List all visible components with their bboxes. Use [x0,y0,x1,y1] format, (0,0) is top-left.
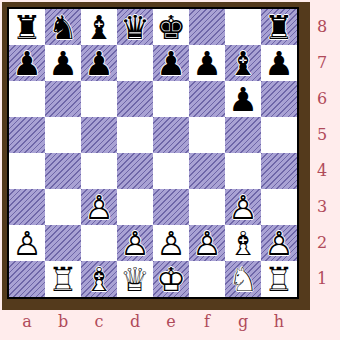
piece-glyph-outline: ♗ [225,225,261,261]
square-a5[interactable] [9,117,45,153]
square-c3[interactable]: ♟♙ [81,189,117,225]
square-d2[interactable]: ♟♙ [117,225,153,261]
square-d1[interactable]: ♛♕ [117,261,153,297]
square-d6[interactable] [117,81,153,117]
square-e3[interactable] [153,189,189,225]
piece-glyph-outline: ♔ [153,261,189,297]
piece-white-rook[interactable]: ♜♖ [45,261,81,297]
file-label-b: b [45,310,81,334]
square-a1[interactable] [9,261,45,297]
piece-white-pawn[interactable]: ♟♙ [9,225,45,261]
piece-black-pawn[interactable]: ♟ [81,45,117,81]
piece-glyph-fill: ♟ [225,81,261,117]
piece-white-pawn[interactable]: ♟♙ [261,225,297,261]
piece-glyph-outline: ♙ [225,189,261,225]
page: { "game": "chess", "view": "white-side-b… [0,0,340,340]
file-label-e: e [153,310,189,334]
file-label-d: d [117,310,153,334]
piece-white-pawn[interactable]: ♟♙ [225,189,261,225]
square-d3[interactable] [117,189,153,225]
piece-white-bishop[interactable]: ♝♗ [225,225,261,261]
piece-black-pawn[interactable]: ♟ [153,45,189,81]
piece-glyph-fill: ♞ [45,9,81,45]
square-f2[interactable]: ♟♙ [189,225,225,261]
square-f8[interactable] [189,9,225,45]
file-label-g: g [225,310,261,334]
piece-glyph-outline: ♖ [261,261,297,297]
square-g6[interactable]: ♟ [225,81,261,117]
rank-label-7: 7 [312,45,332,81]
square-a3[interactable] [9,189,45,225]
rank-label-8: 8 [312,9,332,45]
square-g1[interactable]: ♞♘ [225,261,261,297]
square-h2[interactable]: ♟♙ [261,225,297,261]
piece-black-rook[interactable]: ♜ [9,9,45,45]
square-h8[interactable]: ♜ [261,9,297,45]
piece-glyph-fill: ♟ [261,45,297,81]
piece-glyph-outline: ♙ [189,225,225,261]
piece-glyph-fill: ♛ [117,9,153,45]
square-f4[interactable] [189,153,225,189]
square-d5[interactable] [117,117,153,153]
rank-label-5: 5 [312,117,332,153]
rank-label-3: 3 [312,189,332,225]
square-b8[interactable]: ♞ [45,9,81,45]
piece-white-pawn[interactable]: ♟♙ [81,189,117,225]
square-c2[interactable] [81,225,117,261]
piece-glyph-fill: ♟ [9,45,45,81]
piece-black-pawn[interactable]: ♟ [189,45,225,81]
piece-white-knight[interactable]: ♞♘ [225,261,261,297]
square-c8[interactable]: ♝ [81,9,117,45]
square-h3[interactable] [261,189,297,225]
square-h5[interactable] [261,117,297,153]
piece-glyph-fill: ♟ [81,45,117,81]
square-g5[interactable] [225,117,261,153]
square-e7[interactable]: ♟ [153,45,189,81]
square-h1[interactable]: ♜♖ [261,261,297,297]
piece-glyph-fill: ♜ [261,9,297,45]
square-f7[interactable]: ♟ [189,45,225,81]
square-a2[interactable]: ♟♙ [9,225,45,261]
rank-label-6: 6 [312,81,332,117]
square-b6[interactable] [45,81,81,117]
piece-white-pawn[interactable]: ♟♙ [189,225,225,261]
square-g4[interactable] [225,153,261,189]
piece-black-knight[interactable]: ♞ [45,9,81,45]
square-c6[interactable] [81,81,117,117]
square-g3[interactable]: ♟♙ [225,189,261,225]
piece-black-queen[interactable]: ♛ [117,9,153,45]
piece-black-bishop[interactable]: ♝ [225,45,261,81]
square-g7[interactable]: ♝ [225,45,261,81]
piece-white-rook[interactable]: ♜♖ [261,261,297,297]
piece-black-pawn[interactable]: ♟ [261,45,297,81]
square-b2[interactable] [45,225,81,261]
piece-glyph-outline: ♙ [117,225,153,261]
square-d4[interactable] [117,153,153,189]
square-a6[interactable] [9,81,45,117]
piece-black-pawn[interactable]: ♟ [45,45,81,81]
chess-board: ♜♞♝♛♚♜♟♟♟♟♟♝♟♟♟♙♟♙♟♙♟♙♟♙♟♙♝♗♟♙♜♖♝♗♛♕♚♔♞♘… [7,7,299,299]
file-label-a: a [9,310,45,334]
piece-black-rook[interactable]: ♜ [261,9,297,45]
piece-black-king[interactable]: ♚ [153,9,189,45]
square-c5[interactable] [81,117,117,153]
piece-glyph-fill: ♚ [153,9,189,45]
file-label-h: h [261,310,297,334]
board-frame: ♜♞♝♛♚♜♟♟♟♟♟♝♟♟♟♙♟♙♟♙♟♙♟♙♟♙♝♗♟♙♜♖♝♗♛♕♚♔♞♘… [2,2,310,310]
square-f1[interactable] [189,261,225,297]
square-h7[interactable]: ♟ [261,45,297,81]
rank-label-1: 1 [312,261,332,297]
square-e4[interactable] [153,153,189,189]
piece-glyph-outline: ♘ [225,261,261,297]
piece-white-bishop[interactable]: ♝♗ [81,261,117,297]
piece-black-bishop[interactable]: ♝ [81,9,117,45]
square-a4[interactable] [9,153,45,189]
piece-glyph-outline: ♗ [81,261,117,297]
piece-glyph-outline: ♙ [9,225,45,261]
square-b5[interactable] [45,117,81,153]
piece-white-pawn[interactable]: ♟♙ [117,225,153,261]
rank-labels: 87654321 [312,9,332,297]
square-a7[interactable]: ♟ [9,45,45,81]
piece-glyph-fill: ♝ [81,9,117,45]
piece-black-pawn[interactable]: ♟ [9,45,45,81]
square-a8[interactable]: ♜ [9,9,45,45]
square-g2[interactable]: ♝♗ [225,225,261,261]
square-h4[interactable] [261,153,297,189]
file-label-c: c [81,310,117,334]
file-label-f: f [189,310,225,334]
square-f5[interactable] [189,117,225,153]
square-e2[interactable]: ♟♙ [153,225,189,261]
square-b3[interactable] [45,189,81,225]
square-e8[interactable]: ♚ [153,9,189,45]
piece-glyph-outline: ♙ [153,225,189,261]
square-c7[interactable]: ♟ [81,45,117,81]
square-e5[interactable] [153,117,189,153]
square-g8[interactable] [225,9,261,45]
square-b7[interactable]: ♟ [45,45,81,81]
square-d7[interactable] [117,45,153,81]
rank-label-4: 4 [312,153,332,189]
piece-glyph-fill: ♟ [45,45,81,81]
piece-glyph-fill: ♜ [9,9,45,45]
square-f6[interactable] [189,81,225,117]
file-labels: abcdefgh [9,310,297,334]
chess-app: ♜♞♝♛♚♜♟♟♟♟♟♝♟♟♟♙♟♙♟♙♟♙♟♙♟♙♝♗♟♙♜♖♝♗♛♕♚♔♞♘… [0,0,340,340]
piece-glyph-fill: ♝ [225,45,261,81]
piece-white-king[interactable]: ♚♔ [153,261,189,297]
square-b4[interactable] [45,153,81,189]
square-c4[interactable] [81,153,117,189]
piece-glyph-outline: ♙ [261,225,297,261]
piece-white-queen[interactable]: ♛♕ [117,261,153,297]
square-h6[interactable] [261,81,297,117]
piece-glyph-outline: ♖ [45,261,81,297]
square-b1[interactable]: ♜♖ [45,261,81,297]
piece-glyph-outline: ♕ [117,261,153,297]
square-e1[interactable]: ♚♔ [153,261,189,297]
square-e6[interactable] [153,81,189,117]
piece-glyph-outline: ♙ [81,189,117,225]
piece-white-pawn[interactable]: ♟♙ [153,225,189,261]
square-c1[interactable]: ♝♗ [81,261,117,297]
square-d8[interactable]: ♛ [117,9,153,45]
rank-label-2: 2 [312,225,332,261]
piece-glyph-fill: ♟ [153,45,189,81]
piece-glyph-fill: ♟ [189,45,225,81]
square-f3[interactable] [189,189,225,225]
piece-black-pawn[interactable]: ♟ [225,81,261,117]
